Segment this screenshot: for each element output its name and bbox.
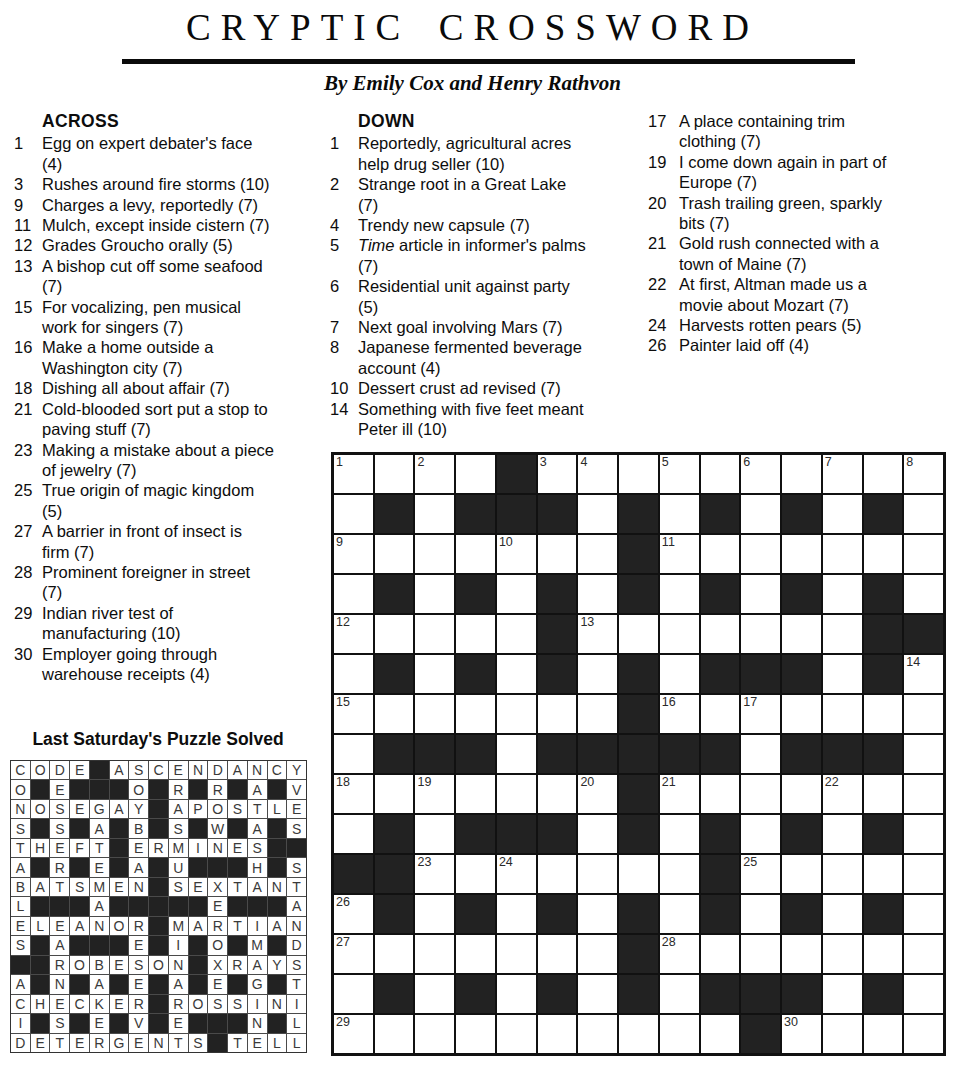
solved-letter-cell-r1c12: A bbox=[228, 761, 247, 779]
grid-cell-r15c6[interactable] bbox=[538, 1015, 577, 1053]
grid-cell-r1c13[interactable]: 7 bbox=[823, 455, 862, 493]
solved-black-cell-r8c4 bbox=[70, 897, 89, 915]
solved-letter-cell-r3c6: A bbox=[110, 800, 129, 818]
down-clues-column-2: 17A place containing trim clothing (7)19… bbox=[648, 111, 950, 356]
grid-cell-r14c5[interactable] bbox=[497, 975, 536, 1013]
black-cell-r5c6 bbox=[538, 615, 577, 653]
grid-cell-r3c10[interactable] bbox=[701, 535, 740, 573]
solved-letter-cell-r14c13: N bbox=[248, 1014, 267, 1032]
grid-cell-r3c9[interactable]: 11 bbox=[660, 535, 699, 573]
grid-cell-r7c7[interactable] bbox=[578, 695, 617, 733]
clue-down_col1-2: 2Strange root in a Great Lake (7) bbox=[330, 174, 632, 215]
clue-across-1: 1Egg on expert debater's face (4) bbox=[14, 133, 312, 174]
solved-letter-cell-r15c15: L bbox=[287, 1034, 306, 1052]
grid-cell-r11c8[interactable] bbox=[619, 855, 658, 893]
solved-letter-cell-r7c10: E bbox=[189, 878, 208, 896]
grid-cell-r9c4[interactable] bbox=[456, 775, 495, 813]
grid-cell-r6c3[interactable] bbox=[415, 655, 454, 693]
solved-letter-cell-r5c3: E bbox=[50, 839, 69, 857]
grid-cell-r14c9[interactable] bbox=[660, 975, 699, 1013]
grid-cell-r11c13[interactable] bbox=[823, 855, 862, 893]
clue-number: 25 bbox=[14, 480, 42, 521]
grid-cell-r15c8[interactable] bbox=[619, 1015, 658, 1053]
grid-cell-r14c3[interactable] bbox=[415, 975, 454, 1013]
grid-cell-r4c5[interactable] bbox=[497, 575, 536, 613]
grid-cell-r6c15[interactable]: 14 bbox=[904, 655, 943, 693]
grid-cell-r2c11[interactable] bbox=[741, 495, 780, 533]
grid-cell-r8c11[interactable] bbox=[741, 735, 780, 773]
grid-cell-r10c7[interactable] bbox=[578, 815, 617, 853]
solved-black-cell-r9c8 bbox=[149, 917, 168, 935]
solved-letter-cell-r7c3: T bbox=[50, 878, 69, 896]
solved-letter-cell-r5c1: T bbox=[11, 839, 30, 857]
solved-black-cell-r8c8 bbox=[149, 897, 168, 915]
clue-down_col1-7: 7Next goal involving Mars (7) bbox=[330, 317, 632, 337]
grid-cell-r5c11[interactable] bbox=[741, 615, 780, 653]
solved-letter-cell-r7c4: S bbox=[70, 878, 89, 896]
grid-cell-r12c13[interactable] bbox=[823, 895, 862, 933]
grid-cell-r9c9[interactable]: 21 bbox=[660, 775, 699, 813]
grid-cell-r11c15[interactable] bbox=[904, 855, 943, 893]
solved-letter-cell-r9c4: A bbox=[70, 917, 89, 935]
solved-black-cell-r12c2 bbox=[31, 975, 50, 993]
clue-number: 12 bbox=[14, 235, 42, 255]
grid-cell-r7c5[interactable] bbox=[497, 695, 536, 733]
grid-cell-r15c3[interactable] bbox=[415, 1015, 454, 1053]
grid-cell-r12c15[interactable] bbox=[904, 895, 943, 933]
grid-cell-r2c7[interactable] bbox=[578, 495, 617, 533]
grid-cell-r10c11[interactable] bbox=[741, 815, 780, 853]
grid-cell-r6c5[interactable] bbox=[497, 655, 536, 693]
grid-cell-r7c12[interactable] bbox=[782, 695, 821, 733]
grid-cell-r14c1[interactable] bbox=[334, 975, 373, 1013]
solved-black-cell-r8c2 bbox=[31, 897, 50, 915]
clue-text: Employer going through warehouse receipt… bbox=[42, 644, 312, 685]
solved-letter-cell-r15c10: S bbox=[189, 1034, 208, 1052]
solved-letter-cell-r3c3: S bbox=[50, 800, 69, 818]
grid-cell-r7c2[interactable] bbox=[375, 695, 414, 733]
solved-black-cell-r2c10 bbox=[189, 780, 208, 798]
clue-number: 7 bbox=[330, 317, 358, 337]
grid-cell-r13c4[interactable] bbox=[456, 935, 495, 973]
black-cell-r12c8 bbox=[619, 895, 658, 933]
across-header: ACROSS bbox=[42, 111, 312, 131]
solved-black-cell-r5c15 bbox=[287, 839, 306, 857]
solved-letter-cell-r3c11: O bbox=[208, 800, 227, 818]
grid-cell-r3c2[interactable] bbox=[375, 535, 414, 573]
grid-cell-r9c1[interactable]: 18 bbox=[334, 775, 373, 813]
grid-cell-r13c11[interactable] bbox=[741, 935, 780, 973]
solved-letter-cell-r7c11: X bbox=[208, 878, 227, 896]
grid-cell-r13c10[interactable] bbox=[701, 935, 740, 973]
solved-letter-cell-r14c5: E bbox=[90, 1014, 109, 1032]
grid-cell-r10c3[interactable] bbox=[415, 815, 454, 853]
clue-text: Something with five feet meant Peter ill… bbox=[358, 399, 632, 440]
cell-number: 12 bbox=[336, 615, 350, 629]
grid-cell-r7c15[interactable] bbox=[904, 695, 943, 733]
solved-black-cell-r5c14 bbox=[268, 839, 287, 857]
solved-letter-cell-r6c1: A bbox=[11, 858, 30, 876]
grid-cell-r2c13[interactable] bbox=[823, 495, 862, 533]
clue-text: Trash trailing green, sparkly bits (7) bbox=[679, 193, 950, 234]
solved-letter-cell-r12c5: A bbox=[90, 975, 109, 993]
grid-cell-r5c5[interactable] bbox=[497, 615, 536, 653]
grid-cell-r11c6[interactable] bbox=[538, 855, 577, 893]
grid-cell-r4c3[interactable] bbox=[415, 575, 454, 613]
clue-down_col2-26: 26Painter laid off (4) bbox=[648, 335, 950, 355]
clue-text: Strange root in a Great Lake (7) bbox=[358, 174, 632, 215]
grid-cell-r5c7[interactable]: 13 bbox=[578, 615, 617, 653]
solved-letter-cell-r11c3: R bbox=[50, 956, 69, 974]
grid-cell-r2c3[interactable] bbox=[415, 495, 454, 533]
solved-letter-cell-r6c3: R bbox=[50, 858, 69, 876]
grid-cell-r1c3[interactable]: 2 bbox=[415, 455, 454, 493]
grid-cell-r15c5[interactable] bbox=[497, 1015, 536, 1053]
grid-cell-r1c10[interactable] bbox=[701, 455, 740, 493]
grid-cell-r13c15[interactable] bbox=[904, 935, 943, 973]
grid-cell-r13c14[interactable] bbox=[864, 935, 903, 973]
solved-letter-cell-r10c3: A bbox=[50, 936, 69, 954]
across-clues-column: ACROSS 1Egg on expert debater's face (4)… bbox=[14, 111, 312, 684]
grid-cell-r1c15[interactable]: 8 bbox=[904, 455, 943, 493]
grid-cell-r7c9[interactable]: 16 bbox=[660, 695, 699, 733]
grid-cell-r4c11[interactable] bbox=[741, 575, 780, 613]
grid-cell-r11c4[interactable] bbox=[456, 855, 495, 893]
grid-cell-r3c13[interactable] bbox=[823, 535, 862, 573]
solved-letter-cell-r9c7: R bbox=[129, 917, 148, 935]
grid-cell-r15c12[interactable]: 30 bbox=[782, 1015, 821, 1053]
solved-black-cell-r8c10 bbox=[189, 897, 208, 915]
clue-number: 27 bbox=[14, 521, 42, 562]
grid-cell-r15c14[interactable] bbox=[864, 1015, 903, 1053]
grid-cell-r11c3[interactable]: 23 bbox=[415, 855, 454, 893]
clue-number: 2 bbox=[330, 174, 358, 215]
grid-cell-r1c9[interactable]: 5 bbox=[660, 455, 699, 493]
grid-cell-r10c13[interactable] bbox=[823, 815, 862, 853]
grid-cell-r9c3[interactable]: 19 bbox=[415, 775, 454, 813]
grid-cell-r7c10[interactable] bbox=[701, 695, 740, 733]
solved-black-cell-r3c8 bbox=[149, 800, 168, 818]
black-cell-r8c7 bbox=[578, 735, 617, 773]
grid-cell-r9c2[interactable] bbox=[375, 775, 414, 813]
grid-cell-r1c11[interactable]: 6 bbox=[741, 455, 780, 493]
solved-letter-cell-r1c1: C bbox=[11, 761, 30, 779]
clue-across-21: 21Cold-blooded sort put a stop to paving… bbox=[14, 399, 312, 440]
grid-cell-r10c9[interactable] bbox=[660, 815, 699, 853]
grid-cell-r9c5[interactable] bbox=[497, 775, 536, 813]
grid-cell-r11c11[interactable]: 25 bbox=[741, 855, 780, 893]
solved-black-cell-r6c10 bbox=[189, 858, 208, 876]
solved-letter-cell-r6c9: U bbox=[169, 858, 188, 876]
clue-down_col1-5: 5Time article in informer's palms (7) bbox=[330, 235, 632, 276]
clue-across-28: 28Prominent foreigner in street (7) bbox=[14, 562, 312, 603]
cell-number: 8 bbox=[906, 455, 913, 469]
grid-cell-r5c10[interactable] bbox=[701, 615, 740, 653]
solved-letter-cell-r10c11: O bbox=[208, 936, 227, 954]
grid-cell-r9c10[interactable] bbox=[701, 775, 740, 813]
grid-cell-r2c15[interactable] bbox=[904, 495, 943, 533]
grid-cell-r13c1[interactable]: 27 bbox=[334, 935, 373, 973]
clue-text: Trendy new capsule (7) bbox=[358, 215, 632, 235]
solved-letter-cell-r11c14: Y bbox=[268, 956, 287, 974]
grid-cell-r7c3[interactable] bbox=[415, 695, 454, 733]
clue-down_col1-1: 1Reportedly, agricultural acres help dru… bbox=[330, 133, 632, 174]
grid-cell-r15c9[interactable] bbox=[660, 1015, 699, 1053]
black-cell-r5c15 bbox=[904, 615, 943, 653]
solved-letter-cell-r3c5: G bbox=[90, 800, 109, 818]
clue-text: Making a mistake about a piece of jewelr… bbox=[42, 440, 312, 481]
black-cell-r10c5 bbox=[497, 815, 536, 853]
black-cell-r9c8 bbox=[619, 775, 658, 813]
solved-black-cell-r11c10 bbox=[189, 956, 208, 974]
grid-cell-r4c9[interactable] bbox=[660, 575, 699, 613]
clue-across-11: 11Mulch, except inside cistern (7) bbox=[14, 215, 312, 235]
grid-cell-r1c1[interactable]: 1 bbox=[334, 455, 373, 493]
solved-letter-cell-r12c7: E bbox=[129, 975, 148, 993]
grid-cell-r15c1[interactable]: 29 bbox=[334, 1015, 373, 1053]
solved-black-cell-r14c6 bbox=[110, 1014, 129, 1032]
grid-cell-r3c7[interactable] bbox=[578, 535, 617, 573]
solved-letter-cell-r5c12: E bbox=[228, 839, 247, 857]
black-cell-r12c10 bbox=[701, 895, 740, 933]
grid-cell-r15c7[interactable] bbox=[578, 1015, 617, 1053]
solved-letter-cell-r1c14: C bbox=[268, 761, 287, 779]
grid-cell-r3c12[interactable] bbox=[782, 535, 821, 573]
solved-letter-cell-r9c2: L bbox=[31, 917, 50, 935]
grid-cell-r9c12[interactable] bbox=[782, 775, 821, 813]
solved-letter-cell-r14c9: E bbox=[169, 1014, 188, 1032]
solved-letter-cell-r13c4: C bbox=[70, 995, 89, 1013]
solved-letter-cell-r14c7: V bbox=[129, 1014, 148, 1032]
grid-cell-r7c4[interactable] bbox=[456, 695, 495, 733]
clue-number: 8 bbox=[330, 337, 358, 378]
solved-black-cell-r2c2 bbox=[31, 780, 50, 798]
grid-cell-r12c3[interactable] bbox=[415, 895, 454, 933]
clue-number: 10 bbox=[330, 378, 358, 398]
clue-number: 19 bbox=[648, 152, 679, 193]
solved-letter-cell-r7c12: T bbox=[228, 878, 247, 896]
black-cell-r13c8 bbox=[619, 935, 658, 973]
solved-letter-cell-r1c9: E bbox=[169, 761, 188, 779]
black-cell-r6c14 bbox=[864, 655, 903, 693]
black-cell-r14c4 bbox=[456, 975, 495, 1013]
grid-cell-r7c6[interactable] bbox=[538, 695, 577, 733]
grid-cell-r10c1[interactable] bbox=[334, 815, 373, 853]
grid-cell-r9c7[interactable]: 20 bbox=[578, 775, 617, 813]
solved-black-cell-r2c4 bbox=[70, 780, 89, 798]
grid-cell-r5c1[interactable]: 12 bbox=[334, 615, 373, 653]
grid-cell-r7c11[interactable]: 17 bbox=[741, 695, 780, 733]
grid-cell-r2c9[interactable] bbox=[660, 495, 699, 533]
grid-cell-r15c13[interactable] bbox=[823, 1015, 862, 1053]
black-cell-r8c13 bbox=[823, 735, 862, 773]
clue-across-15: 15For vocalizing, pen musical work for s… bbox=[14, 297, 312, 338]
grid-cell-r15c10[interactable] bbox=[701, 1015, 740, 1053]
grid-cell-r6c1[interactable] bbox=[334, 655, 373, 693]
solved-letter-cell-r8c11: E bbox=[208, 897, 227, 915]
grid-cell-r12c1[interactable]: 26 bbox=[334, 895, 373, 933]
grid-cell-r10c15[interactable] bbox=[904, 815, 943, 853]
grid-cell-r8c15[interactable] bbox=[904, 735, 943, 773]
grid-cell-r13c12[interactable] bbox=[782, 935, 821, 973]
grid-cell-r7c14[interactable] bbox=[864, 695, 903, 733]
solved-letter-cell-r10c15: D bbox=[287, 936, 306, 954]
cell-number: 15 bbox=[336, 695, 350, 709]
solved-black-cell-r6c11 bbox=[208, 858, 227, 876]
crossword-grid: 1234567891011121314151617181920212223242… bbox=[331, 452, 946, 1056]
clue-text: Rushes around fire storms (10) bbox=[42, 174, 312, 194]
grid-cell-r5c3[interactable] bbox=[415, 615, 454, 653]
grid-cell-r3c6[interactable] bbox=[538, 535, 577, 573]
solved-black-cell-r6c4 bbox=[70, 858, 89, 876]
black-cell-r10c10 bbox=[701, 815, 740, 853]
byline: By Emily Cox and Henry Rathvon bbox=[0, 71, 945, 96]
solved-letter-cell-r13c13: I bbox=[248, 995, 267, 1013]
cell-number: 13 bbox=[580, 615, 594, 629]
solved-letter-cell-r7c13: A bbox=[248, 878, 267, 896]
grid-cell-r13c3[interactable] bbox=[415, 935, 454, 973]
cell-number: 6 bbox=[743, 455, 750, 469]
grid-cell-r5c13[interactable] bbox=[823, 615, 862, 653]
solved-black-cell-r2c6 bbox=[110, 780, 129, 798]
solved-letter-cell-r11c15: S bbox=[287, 956, 306, 974]
grid-cell-r3c11[interactable] bbox=[741, 535, 780, 573]
grid-cell-r14c15[interactable] bbox=[904, 975, 943, 1013]
solved-letter-cell-r13c5: K bbox=[90, 995, 109, 1013]
grid-cell-r9c14[interactable] bbox=[864, 775, 903, 813]
grid-cell-r9c11[interactable] bbox=[741, 775, 780, 813]
grid-cell-r5c8[interactable] bbox=[619, 615, 658, 653]
solved-black-cell-r10c4 bbox=[70, 936, 89, 954]
black-cell-r2c6 bbox=[538, 495, 577, 533]
grid-cell-r9c15[interactable] bbox=[904, 775, 943, 813]
grid-cell-r1c14[interactable] bbox=[864, 455, 903, 493]
solved-letter-cell-r13c6: E bbox=[110, 995, 129, 1013]
grid-cell-r8c1[interactable] bbox=[334, 735, 373, 773]
grid-cell-r4c13[interactable] bbox=[823, 575, 862, 613]
grid-cell-r3c4[interactable] bbox=[456, 535, 495, 573]
grid-cell-r6c7[interactable] bbox=[578, 655, 617, 693]
grid-cell-r8c5[interactable] bbox=[497, 735, 536, 773]
solved-letter-cell-r10c1: S bbox=[11, 936, 30, 954]
solved-puzzle-grid: CODEASCENDANCYOEORRAVNOSEGAYAPOSTLESSABS… bbox=[10, 760, 307, 1053]
grid-cell-r12c11[interactable] bbox=[741, 895, 780, 933]
black-cell-r10c2 bbox=[375, 815, 414, 853]
clue-text: Cold-blooded sort put a stop to paving s… bbox=[42, 399, 312, 440]
grid-cell-r11c9[interactable] bbox=[660, 855, 699, 893]
grid-cell-r15c2[interactable] bbox=[375, 1015, 414, 1053]
grid-cell-r11c12[interactable] bbox=[782, 855, 821, 893]
grid-cell-r7c13[interactable] bbox=[823, 695, 862, 733]
grid-cell-r13c5[interactable] bbox=[497, 935, 536, 973]
grid-cell-r14c7[interactable] bbox=[578, 975, 617, 1013]
solved-letter-cell-r3c4: E bbox=[70, 800, 89, 818]
grid-cell-r12c5[interactable] bbox=[497, 895, 536, 933]
grid-cell-r5c4[interactable] bbox=[456, 615, 495, 653]
grid-cell-r1c7[interactable]: 4 bbox=[578, 455, 617, 493]
solved-black-cell-r15c11 bbox=[208, 1034, 227, 1052]
black-cell-r6c8 bbox=[619, 655, 658, 693]
grid-cell-r13c13[interactable] bbox=[823, 935, 862, 973]
grid-cell-r5c9[interactable] bbox=[660, 615, 699, 653]
grid-cell-r13c6[interactable] bbox=[538, 935, 577, 973]
grid-cell-r3c14[interactable] bbox=[864, 535, 903, 573]
grid-cell-r15c4[interactable] bbox=[456, 1015, 495, 1053]
solved-letter-cell-r5c7: E bbox=[129, 839, 148, 857]
black-cell-r11c10 bbox=[701, 855, 740, 893]
grid-cell-r9c13[interactable]: 22 bbox=[823, 775, 862, 813]
clue-text: Dessert crust ad revised (7) bbox=[358, 378, 632, 398]
grid-cell-r2c1[interactable] bbox=[334, 495, 373, 533]
grid-cell-r3c5[interactable]: 10 bbox=[497, 535, 536, 573]
grid-cell-r13c9[interactable]: 28 bbox=[660, 935, 699, 973]
grid-cell-r7c1[interactable]: 15 bbox=[334, 695, 373, 733]
solved-black-cell-r4c14 bbox=[268, 819, 287, 837]
grid-cell-r13c2[interactable] bbox=[375, 935, 414, 973]
grid-cell-r5c2[interactable] bbox=[375, 615, 414, 653]
black-cell-r10c14 bbox=[864, 815, 903, 853]
grid-cell-r15c15[interactable] bbox=[904, 1015, 943, 1053]
grid-cell-r1c6[interactable]: 3 bbox=[538, 455, 577, 493]
solved-puzzle-title: Last Saturday's Puzzle Solved bbox=[0, 729, 316, 750]
grid-cell-r4c1[interactable] bbox=[334, 575, 373, 613]
black-cell-r14c2 bbox=[375, 975, 414, 1013]
solved-black-cell-r14c4 bbox=[70, 1014, 89, 1032]
clue-down_col1-14: 14Something with five feet meant Peter i… bbox=[330, 399, 632, 440]
solved-black-cell-r4c10 bbox=[189, 819, 208, 837]
grid-cell-r3c15[interactable] bbox=[904, 535, 943, 573]
grid-cell-r11c7[interactable] bbox=[578, 855, 617, 893]
solved-black-cell-r10c12 bbox=[228, 936, 247, 954]
grid-cell-r6c9[interactable] bbox=[660, 655, 699, 693]
solved-letter-cell-r4c3: S bbox=[50, 819, 69, 837]
grid-cell-r3c1[interactable]: 9 bbox=[334, 535, 373, 573]
grid-cell-r4c15[interactable] bbox=[904, 575, 943, 613]
solved-letter-cell-r14c3: S bbox=[50, 1014, 69, 1032]
grid-cell-r12c7[interactable] bbox=[578, 895, 617, 933]
clue-text: I come down again in part of Europe (7) bbox=[679, 152, 950, 193]
solved-black-cell-r8c14 bbox=[268, 897, 287, 915]
clue-text: True origin of magic kingdom (5) bbox=[42, 480, 312, 521]
solved-letter-cell-r7c1: B bbox=[11, 878, 30, 896]
grid-cell-r4c7[interactable] bbox=[578, 575, 617, 613]
solved-letter-cell-r11c13: A bbox=[248, 956, 267, 974]
black-cell-r2c14 bbox=[864, 495, 903, 533]
grid-cell-r11c5[interactable]: 24 bbox=[497, 855, 536, 893]
grid-cell-r1c8[interactable] bbox=[619, 455, 658, 493]
grid-cell-r13c7[interactable] bbox=[578, 935, 617, 973]
solved-letter-cell-r13c1: C bbox=[11, 995, 30, 1013]
grid-cell-r12c9[interactable] bbox=[660, 895, 699, 933]
black-cell-r3c8 bbox=[619, 535, 658, 573]
solved-letter-cell-r3c15: E bbox=[287, 800, 306, 818]
clue-text: At first, Altman made us a movie about M… bbox=[679, 274, 950, 315]
grid-cell-r3c3[interactable] bbox=[415, 535, 454, 573]
black-cell-r5c14 bbox=[864, 615, 903, 653]
grid-cell-r9c6[interactable] bbox=[538, 775, 577, 813]
solved-letter-cell-r1c8: C bbox=[149, 761, 168, 779]
grid-cell-r6c13[interactable] bbox=[823, 655, 862, 693]
grid-cell-r1c12[interactable] bbox=[782, 455, 821, 493]
down-header: DOWN bbox=[358, 111, 632, 131]
grid-cell-r14c13[interactable] bbox=[823, 975, 862, 1013]
grid-cell-r5c12[interactable] bbox=[782, 615, 821, 653]
clue-number: 21 bbox=[14, 399, 42, 440]
grid-cell-r11c14[interactable] bbox=[864, 855, 903, 893]
grid-cell-r1c2[interactable] bbox=[375, 455, 414, 493]
clue-text: Next goal involving Mars (7) bbox=[358, 317, 632, 337]
grid-cell-r1c4[interactable] bbox=[456, 455, 495, 493]
